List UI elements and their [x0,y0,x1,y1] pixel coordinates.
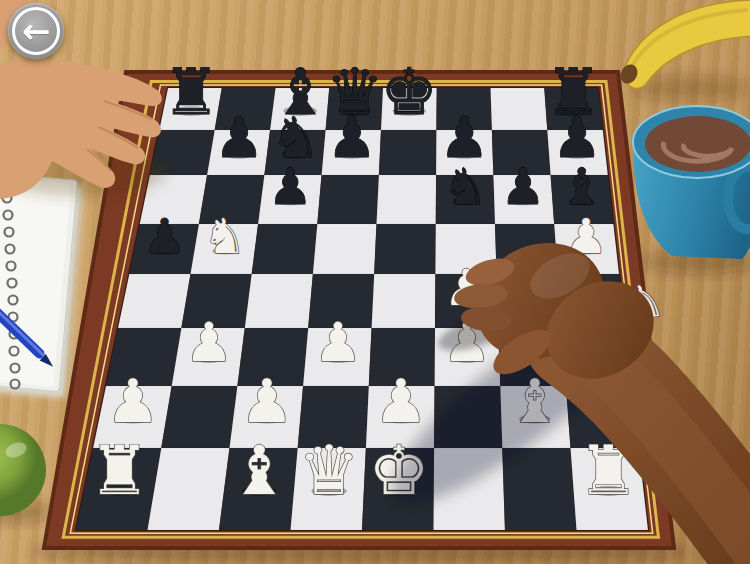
square-c5[interactable] [252,224,318,274]
piece-black-king-e8[interactable]: ♚ [381,55,438,129]
piece-black-pawn-a5[interactable]: ♟ [143,208,186,264]
hot-chocolate-mug [633,106,750,273]
piece-black-pawn-c6[interactable]: ♟ [268,158,313,216]
piece-black-pawn-g6[interactable]: ♟ [501,158,546,216]
piece-white-knight-b5[interactable]: ♞ [203,208,246,264]
square-e6[interactable] [377,175,437,224]
piece-white-pawn-e2[interactable]: ♟ [374,366,428,436]
piece-white-pawn-d3[interactable]: ♟ [314,311,362,374]
game-screen: ♜♝♛♚♜♟♞♟♟♟♟♞♟♝♟♞♟♟♟♟♟♟♟♟♝♜♝♛♚♜ ♞ ← [0,0,750,564]
piece-white-bishop-c1[interactable]: ♝ [229,431,290,510]
piece-black-bishop-h6[interactable]: ♝ [559,158,604,216]
square-e4[interactable] [372,274,436,328]
piece-white-pawn-c2[interactable]: ♟ [240,366,294,436]
spiral-notebook [0,170,83,398]
square-b1[interactable] [148,448,230,530]
square-a4[interactable] [118,274,191,328]
square-d6[interactable] [317,175,379,224]
square-g8[interactable] [491,88,548,130]
piece-white-pawn-b3[interactable]: ♟ [185,311,233,374]
square-e7[interactable] [379,130,437,175]
square-b2[interactable] [161,386,237,448]
piece-white-pawn-a2[interactable]: ♟ [106,366,160,436]
piece-black-pawn-b7[interactable]: ♟ [214,105,264,170]
piece-black-rook-a8[interactable]: ♜ [162,55,219,129]
square-e5[interactable] [374,224,436,274]
square-g1[interactable] [502,448,576,530]
piece-white-queen-d1[interactable]: ♛ [299,431,360,510]
piece-white-rook-a1[interactable]: ♜ [89,431,150,510]
piece-black-knight-f6[interactable]: ♞ [443,158,488,216]
back-arrow-icon: ← [8,3,64,59]
piece-black-pawn-d7[interactable]: ♟ [327,105,377,170]
green-apple [0,424,54,522]
back-button[interactable]: ← [8,3,64,59]
square-c4[interactable] [245,274,313,328]
banana [617,0,750,100]
square-d5[interactable] [313,224,377,274]
